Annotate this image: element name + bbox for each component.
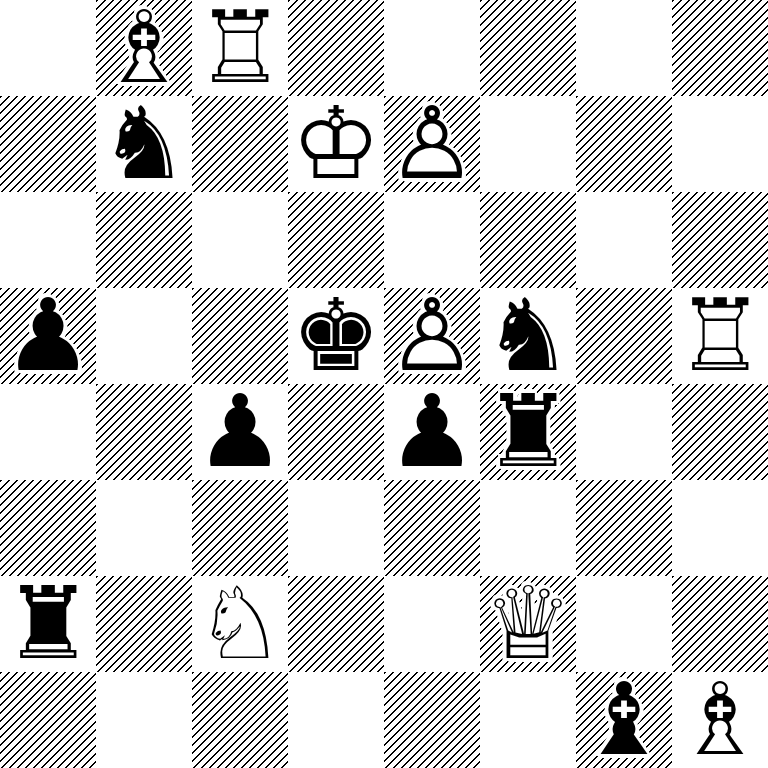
white-king-icon: ♔ [288, 96, 384, 192]
white-pawn-icon: ♙ [384, 96, 480, 192]
square-e2[interactable] [384, 576, 480, 672]
square-d2[interactable] [288, 576, 384, 672]
square-g1[interactable]: ♝♝ [576, 672, 672, 768]
black-rook[interactable]: ♜♜ [0, 576, 96, 672]
square-b4[interactable] [96, 384, 192, 480]
square-e7[interactable]: ♟♙ [384, 96, 480, 192]
square-d3[interactable] [288, 480, 384, 576]
black-knight[interactable]: ♞♞ [96, 96, 192, 192]
black-king[interactable]: ♚♚ [288, 288, 384, 384]
square-d1[interactable] [288, 672, 384, 768]
black-king-icon: ♚ [288, 288, 384, 384]
square-e3[interactable] [384, 480, 480, 576]
square-h2[interactable] [672, 576, 768, 672]
white-pawn[interactable]: ♟♙ [384, 96, 480, 192]
square-g7[interactable] [576, 96, 672, 192]
square-e4[interactable]: ♟♟ [384, 384, 480, 480]
black-bishop-icon: ♝ [576, 672, 672, 768]
white-king[interactable]: ♚♔ [288, 96, 384, 192]
black-rook[interactable]: ♜♜ [480, 384, 576, 480]
square-e5[interactable]: ♟♙ [384, 288, 480, 384]
white-knight[interactable]: ♞♘ [192, 576, 288, 672]
white-rook-icon: ♖ [672, 288, 768, 384]
square-g5[interactable] [576, 288, 672, 384]
square-h8[interactable] [672, 0, 768, 96]
white-bishop[interactable]: ♝♗ [672, 672, 768, 768]
square-h7[interactable] [672, 96, 768, 192]
square-f1[interactable] [480, 672, 576, 768]
black-pawn-icon: ♟ [0, 288, 96, 384]
white-knight-icon: ♘ [192, 576, 288, 672]
square-c4[interactable]: ♟♟ [192, 384, 288, 480]
white-rook-icon: ♖ [192, 0, 288, 96]
square-h3[interactable] [672, 480, 768, 576]
square-e1[interactable] [384, 672, 480, 768]
square-f4[interactable]: ♜♜ [480, 384, 576, 480]
black-pawn-icon: ♟ [384, 384, 480, 480]
square-b5[interactable] [96, 288, 192, 384]
white-queen[interactable]: ♛♕ [480, 576, 576, 672]
square-b8[interactable]: ♝♗ [96, 0, 192, 96]
black-knight-icon: ♞ [96, 96, 192, 192]
black-pawn-icon: ♟ [192, 384, 288, 480]
square-f3[interactable] [480, 480, 576, 576]
white-rook[interactable]: ♜♖ [192, 0, 288, 96]
square-c8[interactable]: ♜♖ [192, 0, 288, 96]
square-a3[interactable] [0, 480, 96, 576]
square-f6[interactable] [480, 192, 576, 288]
square-e8[interactable] [384, 0, 480, 96]
white-pawn-icon: ♙ [384, 288, 480, 384]
square-b7[interactable]: ♞♞ [96, 96, 192, 192]
square-h5[interactable]: ♜♖ [672, 288, 768, 384]
square-c1[interactable] [192, 672, 288, 768]
square-d8[interactable] [288, 0, 384, 96]
black-rook-icon: ♜ [0, 576, 96, 672]
black-pawn[interactable]: ♟♟ [0, 288, 96, 384]
square-a5[interactable]: ♟♟ [0, 288, 96, 384]
square-b6[interactable] [96, 192, 192, 288]
square-f5[interactable]: ♞♞ [480, 288, 576, 384]
black-knight-icon: ♞ [480, 288, 576, 384]
square-c7[interactable] [192, 96, 288, 192]
square-a2[interactable]: ♜♜ [0, 576, 96, 672]
square-b1[interactable] [96, 672, 192, 768]
square-a8[interactable] [0, 0, 96, 96]
white-queen-icon: ♕ [480, 576, 576, 672]
chess-board: ♝♗♜♖♞♞♚♔♟♙♟♟♚♚♟♙♞♞♜♖♟♟♟♟♜♜♜♜♞♘♛♕♝♝♝♗ [0, 0, 768, 768]
square-f2[interactable]: ♛♕ [480, 576, 576, 672]
white-bishop-icon: ♗ [96, 0, 192, 96]
square-a4[interactable] [0, 384, 96, 480]
square-f8[interactable] [480, 0, 576, 96]
square-h1[interactable]: ♝♗ [672, 672, 768, 768]
white-bishop-icon: ♗ [672, 672, 768, 768]
square-a7[interactable] [0, 96, 96, 192]
square-h6[interactable] [672, 192, 768, 288]
square-g6[interactable] [576, 192, 672, 288]
black-bishop[interactable]: ♝♝ [576, 672, 672, 768]
black-knight[interactable]: ♞♞ [480, 288, 576, 384]
square-g2[interactable] [576, 576, 672, 672]
black-rook-icon: ♜ [480, 384, 576, 480]
square-g3[interactable] [576, 480, 672, 576]
square-g4[interactable] [576, 384, 672, 480]
square-f7[interactable] [480, 96, 576, 192]
square-g8[interactable] [576, 0, 672, 96]
square-d7[interactable]: ♚♔ [288, 96, 384, 192]
square-b2[interactable] [96, 576, 192, 672]
square-c6[interactable] [192, 192, 288, 288]
black-pawn[interactable]: ♟♟ [192, 384, 288, 480]
square-a1[interactable] [0, 672, 96, 768]
square-b3[interactable] [96, 480, 192, 576]
square-d5[interactable]: ♚♚ [288, 288, 384, 384]
square-d6[interactable] [288, 192, 384, 288]
white-rook[interactable]: ♜♖ [672, 288, 768, 384]
square-c2[interactable]: ♞♘ [192, 576, 288, 672]
square-c5[interactable] [192, 288, 288, 384]
square-a6[interactable] [0, 192, 96, 288]
white-bishop[interactable]: ♝♗ [96, 0, 192, 96]
white-pawn[interactable]: ♟♙ [384, 288, 480, 384]
square-h4[interactable] [672, 384, 768, 480]
black-pawn[interactable]: ♟♟ [384, 384, 480, 480]
square-d4[interactable] [288, 384, 384, 480]
square-e6[interactable] [384, 192, 480, 288]
square-c3[interactable] [192, 480, 288, 576]
